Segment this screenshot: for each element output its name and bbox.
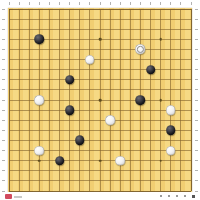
coordinate-tick — [29, 2, 30, 5]
coordinate-tick — [2, 110, 5, 111]
toolbar-mini-icon[interactable] — [184, 195, 186, 197]
coordinate-tick — [130, 2, 131, 5]
grid-line-vertical — [170, 9, 171, 191]
star-point — [99, 159, 102, 162]
coordinate-tick — [195, 120, 198, 121]
coordinate-tick — [180, 2, 181, 5]
last-move-marker — [137, 46, 144, 53]
coordinate-tick — [79, 2, 80, 5]
coordinate-tick — [140, 2, 141, 5]
grid-line-vertical — [130, 9, 131, 191]
toolbar-mini-icon[interactable] — [160, 195, 162, 197]
coordinate-tick — [195, 100, 198, 101]
coordinate-tick — [2, 9, 5, 10]
go-board[interactable] — [8, 8, 192, 192]
coordinate-tick — [195, 59, 198, 60]
star-point — [99, 99, 102, 102]
coordinate-tick — [2, 19, 5, 20]
black-stone[interactable] — [75, 136, 85, 146]
coordinate-tick — [195, 140, 198, 141]
coordinate-tick — [195, 170, 198, 171]
grid-line-horizontal — [9, 110, 191, 111]
star-point — [159, 38, 162, 41]
black-stone[interactable] — [55, 156, 65, 166]
white-stone[interactable] — [115, 156, 125, 166]
white-stone[interactable] — [35, 95, 45, 105]
coordinate-tick — [2, 89, 5, 90]
coordinate-tick — [9, 2, 10, 5]
coordinate-tick — [195, 89, 198, 90]
coordinate-tick — [195, 9, 198, 10]
coordinate-tick — [195, 79, 198, 80]
star-point — [38, 159, 41, 162]
toolbar-mini-icon[interactable] — [192, 195, 195, 198]
white-stone[interactable] — [166, 146, 176, 156]
white-stone[interactable] — [35, 146, 45, 156]
coordinate-tick — [195, 49, 198, 50]
grid-line-vertical — [110, 9, 111, 191]
coordinate-tick — [195, 29, 198, 30]
coordinate-tick — [2, 170, 5, 171]
coordinate-tick — [2, 130, 5, 131]
coordinate-tick — [2, 120, 5, 121]
coordinate-tick — [39, 2, 40, 5]
coordinate-tick — [195, 180, 198, 181]
coordinate-tick — [195, 130, 198, 131]
white-stone[interactable] — [105, 115, 115, 125]
coordinate-tick — [160, 2, 161, 5]
coordinate-tick — [170, 2, 171, 5]
coordinate-tick — [2, 160, 5, 161]
grid-line-horizontal — [9, 180, 191, 181]
coordinate-tick — [195, 110, 198, 111]
black-stone[interactable] — [136, 95, 146, 105]
white-stone[interactable] — [85, 55, 95, 65]
coordinate-tick — [2, 180, 5, 181]
coordinate-tick — [69, 2, 70, 5]
grid-line-horizontal — [9, 170, 191, 171]
status-bar — [0, 192, 200, 200]
coordinate-tick — [2, 150, 5, 151]
coordinate-tick — [195, 39, 198, 40]
coordinate-tick — [49, 2, 50, 5]
coordinate-tick — [195, 160, 198, 161]
coordinate-tick — [19, 2, 20, 5]
grid-line-vertical — [191, 9, 192, 191]
coordinate-tick — [150, 2, 151, 5]
coordinate-tick — [100, 2, 101, 5]
coordinate-tick — [89, 2, 90, 5]
white-stone[interactable] — [166, 105, 176, 115]
grid-line-vertical — [180, 9, 181, 191]
star-point — [159, 99, 162, 102]
coordinate-tick — [2, 100, 5, 101]
grid-line-vertical — [150, 9, 151, 191]
coordinate-tick — [2, 140, 5, 141]
star-point — [99, 38, 102, 41]
black-stone[interactable] — [65, 105, 75, 115]
black-stone[interactable] — [146, 65, 156, 75]
coordinate-tick — [2, 49, 5, 50]
white-stone[interactable] — [136, 45, 146, 55]
coordinate-tick — [2, 69, 5, 70]
black-stone[interactable] — [166, 126, 176, 136]
app-badge-icon[interactable] — [5, 194, 12, 199]
coordinate-tick — [191, 2, 192, 5]
coordinate-tick — [110, 2, 111, 5]
coordinate-tick — [195, 150, 198, 151]
toolbar-mini-icon[interactable] — [176, 195, 178, 197]
grid-line-horizontal — [9, 140, 191, 141]
coordinate-tick — [2, 39, 5, 40]
grid-line-horizontal — [9, 130, 191, 131]
coordinate-tick — [59, 2, 60, 5]
black-stone[interactable] — [35, 35, 45, 45]
coordinate-tick — [120, 2, 121, 5]
coordinate-tick — [2, 79, 5, 80]
go-app-screen — [0, 0, 200, 200]
star-point — [159, 159, 162, 162]
grid-line-horizontal — [9, 120, 191, 121]
coordinate-tick — [2, 29, 5, 30]
toolbar-mini-icon[interactable] — [168, 195, 170, 197]
coordinate-tick — [2, 59, 5, 60]
coordinate-tick — [195, 69, 198, 70]
black-stone[interactable] — [65, 75, 75, 85]
coordinate-tick — [195, 19, 198, 20]
status-text-illegible — [14, 196, 22, 198]
